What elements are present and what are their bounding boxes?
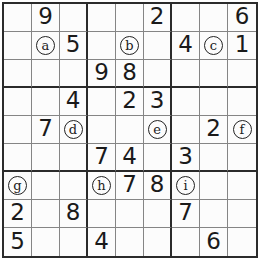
- given-digit: 4: [94, 230, 109, 253]
- given-digit: 9: [38, 5, 53, 28]
- cell-r1c9[interactable]: 6: [228, 4, 256, 32]
- cell-r8c4[interactable]: [88, 200, 116, 228]
- cell-r1c4[interactable]: [88, 4, 116, 32]
- given-digit: 7: [94, 145, 109, 168]
- circled-letter-a: a: [36, 36, 55, 55]
- cell-r5c8[interactable]: 2: [200, 116, 228, 144]
- cell-r9c8[interactable]: 6: [200, 228, 228, 256]
- given-digit: 4: [66, 89, 81, 112]
- cell-r4c9[interactable]: [228, 88, 256, 116]
- cell-r7c1[interactable]: g: [4, 172, 32, 200]
- cell-r6c7[interactable]: 3: [172, 144, 200, 172]
- given-digit: 6: [206, 230, 221, 253]
- circled-letter-i: i: [176, 176, 195, 195]
- cell-r6c4[interactable]: 7: [88, 144, 116, 172]
- cell-r8c5[interactable]: [116, 200, 144, 228]
- cell-r4c7[interactable]: [172, 88, 200, 116]
- given-digit: 4: [122, 145, 137, 168]
- given-digit: 7: [122, 173, 137, 196]
- cell-r4c3[interactable]: 4: [60, 88, 88, 116]
- given-digit: 2: [150, 5, 165, 28]
- cell-r3c5[interactable]: 8: [116, 60, 144, 88]
- given-digit: 5: [66, 33, 81, 56]
- cell-r7c7[interactable]: i: [172, 172, 200, 200]
- cell-r7c3[interactable]: [60, 172, 88, 200]
- cell-r9c1[interactable]: 5: [4, 228, 32, 256]
- cell-r2c4[interactable]: [88, 32, 116, 60]
- cell-r3c7[interactable]: [172, 60, 200, 88]
- cell-r1c7[interactable]: [172, 4, 200, 32]
- cell-r1c6[interactable]: 2: [144, 4, 172, 32]
- cell-r8c1[interactable]: 2: [4, 200, 32, 228]
- cell-r2c2[interactable]: a: [32, 32, 60, 60]
- given-digit: 5: [10, 230, 25, 253]
- cell-r1c2[interactable]: 9: [32, 4, 60, 32]
- cell-r8c3[interactable]: 8: [60, 200, 88, 228]
- cell-r1c3[interactable]: [60, 4, 88, 32]
- sudoku-board: 926a5b4c1984237de2f743gh78i287546: [2, 2, 258, 258]
- cell-r9c6[interactable]: [144, 228, 172, 256]
- given-digit: 8: [66, 201, 81, 224]
- cell-r2c7[interactable]: 4: [172, 32, 200, 60]
- sudoku-page: 926a5b4c1984237de2f743gh78i287546: [0, 0, 260, 260]
- cell-r7c5[interactable]: 7: [116, 172, 144, 200]
- cell-r2c1[interactable]: [4, 32, 32, 60]
- circled-letter-h: h: [92, 176, 111, 195]
- cell-r8c6[interactable]: [144, 200, 172, 228]
- given-digit: 2: [206, 117, 221, 140]
- cell-r7c2[interactable]: [32, 172, 60, 200]
- cell-r5c5[interactable]: [116, 116, 144, 144]
- cell-r6c8[interactable]: [200, 144, 228, 172]
- cell-r7c9[interactable]: [228, 172, 256, 200]
- cell-r4c5[interactable]: 2: [116, 88, 144, 116]
- given-digit: 3: [178, 145, 193, 168]
- cell-r2c6[interactable]: [144, 32, 172, 60]
- given-digit: 3: [150, 89, 165, 112]
- cell-r6c3[interactable]: [60, 144, 88, 172]
- cell-r8c8[interactable]: [200, 200, 228, 228]
- cell-r2c8[interactable]: c: [200, 32, 228, 60]
- cell-r5c4[interactable]: [88, 116, 116, 144]
- cell-r9c9[interactable]: [228, 228, 256, 256]
- given-digit: 1: [235, 33, 250, 56]
- circled-letter-f: f: [233, 120, 252, 139]
- cell-r9c7[interactable]: [172, 228, 200, 256]
- cell-r6c1[interactable]: [4, 144, 32, 172]
- cell-r7c6[interactable]: 8: [144, 172, 172, 200]
- cell-r7c4[interactable]: h: [88, 172, 116, 200]
- cell-r5c6[interactable]: e: [144, 116, 172, 144]
- cell-r5c3[interactable]: d: [60, 116, 88, 144]
- cell-r4c6[interactable]: 3: [144, 88, 172, 116]
- cell-r8c7[interactable]: 7: [172, 200, 200, 228]
- cell-r3c4[interactable]: 9: [88, 60, 116, 88]
- cell-r1c1[interactable]: [4, 4, 32, 32]
- cell-r3c6[interactable]: [144, 60, 172, 88]
- given-digit: 4: [178, 33, 193, 56]
- cell-r6c6[interactable]: [144, 144, 172, 172]
- cell-r4c8[interactable]: [200, 88, 228, 116]
- cell-r5c1[interactable]: [4, 116, 32, 144]
- cell-r8c9[interactable]: [228, 200, 256, 228]
- given-digit: 9: [94, 61, 109, 84]
- cell-r2c5[interactable]: b: [116, 32, 144, 60]
- given-digit: 2: [122, 89, 137, 112]
- cell-r5c2[interactable]: 7: [32, 116, 60, 144]
- circled-letter-d: d: [64, 120, 83, 139]
- cell-r7c8[interactable]: [200, 172, 228, 200]
- given-digit: 8: [150, 173, 165, 196]
- cell-r4c1[interactable]: [4, 88, 32, 116]
- cell-r1c5[interactable]: [116, 4, 144, 32]
- cell-r2c3[interactable]: 5: [60, 32, 88, 60]
- cell-r3c9[interactable]: [228, 60, 256, 88]
- cell-r4c2[interactable]: [32, 88, 60, 116]
- cell-r1c8[interactable]: [200, 4, 228, 32]
- given-digit: 8: [122, 61, 137, 84]
- circled-letter-g: g: [8, 176, 27, 195]
- cell-r3c1[interactable]: [4, 60, 32, 88]
- cell-r6c9[interactable]: [228, 144, 256, 172]
- given-digit: 6: [235, 5, 250, 28]
- circled-letter-b: b: [120, 36, 139, 55]
- cell-r5c7[interactable]: [172, 116, 200, 144]
- circled-letter-e: e: [148, 120, 167, 139]
- cell-r2c9[interactable]: 1: [228, 32, 256, 60]
- cell-r9c5[interactable]: [116, 228, 144, 256]
- cell-r3c3[interactable]: [60, 60, 88, 88]
- cell-r8c2[interactable]: [32, 200, 60, 228]
- cell-r3c8[interactable]: [200, 60, 228, 88]
- circled-letter-c: c: [204, 36, 223, 55]
- cell-r6c5[interactable]: 4: [116, 144, 144, 172]
- cell-r4c4[interactable]: [88, 88, 116, 116]
- cell-r6c2[interactable]: [32, 144, 60, 172]
- cell-r3c2[interactable]: [32, 60, 60, 88]
- cell-r9c3[interactable]: [60, 228, 88, 256]
- given-digit: 7: [38, 117, 53, 140]
- cell-r9c2[interactable]: [32, 228, 60, 256]
- cell-r5c9[interactable]: f: [228, 116, 256, 144]
- given-digit: 2: [10, 201, 25, 224]
- given-digit: 7: [178, 201, 193, 224]
- cell-r9c4[interactable]: 4: [88, 228, 116, 256]
